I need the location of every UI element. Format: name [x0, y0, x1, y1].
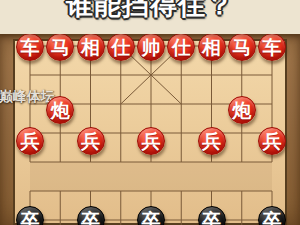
piece-red-horse[interactable]: 马	[228, 33, 256, 61]
piece-red-soldier[interactable]: 兵	[16, 127, 44, 155]
piece-red-advisor[interactable]: 仕	[167, 33, 195, 61]
xiangqi-app: 巅峰体坛 车马相仕帅仕相马车炮炮兵兵兵兵兵卒卒卒卒卒 谁能挡得住？	[0, 0, 300, 225]
piece-red-soldier[interactable]: 兵	[77, 127, 105, 155]
piece-red-chariot[interactable]: 车	[258, 33, 286, 61]
piece-red-soldier[interactable]: 兵	[137, 127, 165, 155]
piece-red-soldier[interactable]: 兵	[258, 127, 286, 155]
piece-red-general[interactable]: 帅	[137, 33, 165, 61]
piece-red-horse[interactable]: 马	[46, 33, 74, 61]
piece-black-soldier[interactable]: 卒	[258, 206, 286, 225]
piece-red-advisor[interactable]: 仕	[107, 33, 135, 61]
piece-red-chariot[interactable]: 车	[16, 33, 44, 61]
title-banner: 谁能挡得住？	[0, 0, 300, 34]
page-title: 谁能挡得住？	[0, 0, 300, 19]
piece-red-soldier[interactable]: 兵	[198, 127, 226, 155]
piece-black-soldier[interactable]: 卒	[198, 206, 226, 225]
piece-red-cannon[interactable]: 炮	[228, 96, 256, 124]
piece-black-soldier[interactable]: 卒	[16, 206, 44, 225]
piece-red-elephant[interactable]: 相	[77, 33, 105, 61]
piece-black-soldier[interactable]: 卒	[137, 206, 165, 225]
piece-red-elephant[interactable]: 相	[198, 33, 226, 61]
piece-black-soldier[interactable]: 卒	[77, 206, 105, 225]
piece-red-cannon[interactable]: 炮	[46, 96, 74, 124]
